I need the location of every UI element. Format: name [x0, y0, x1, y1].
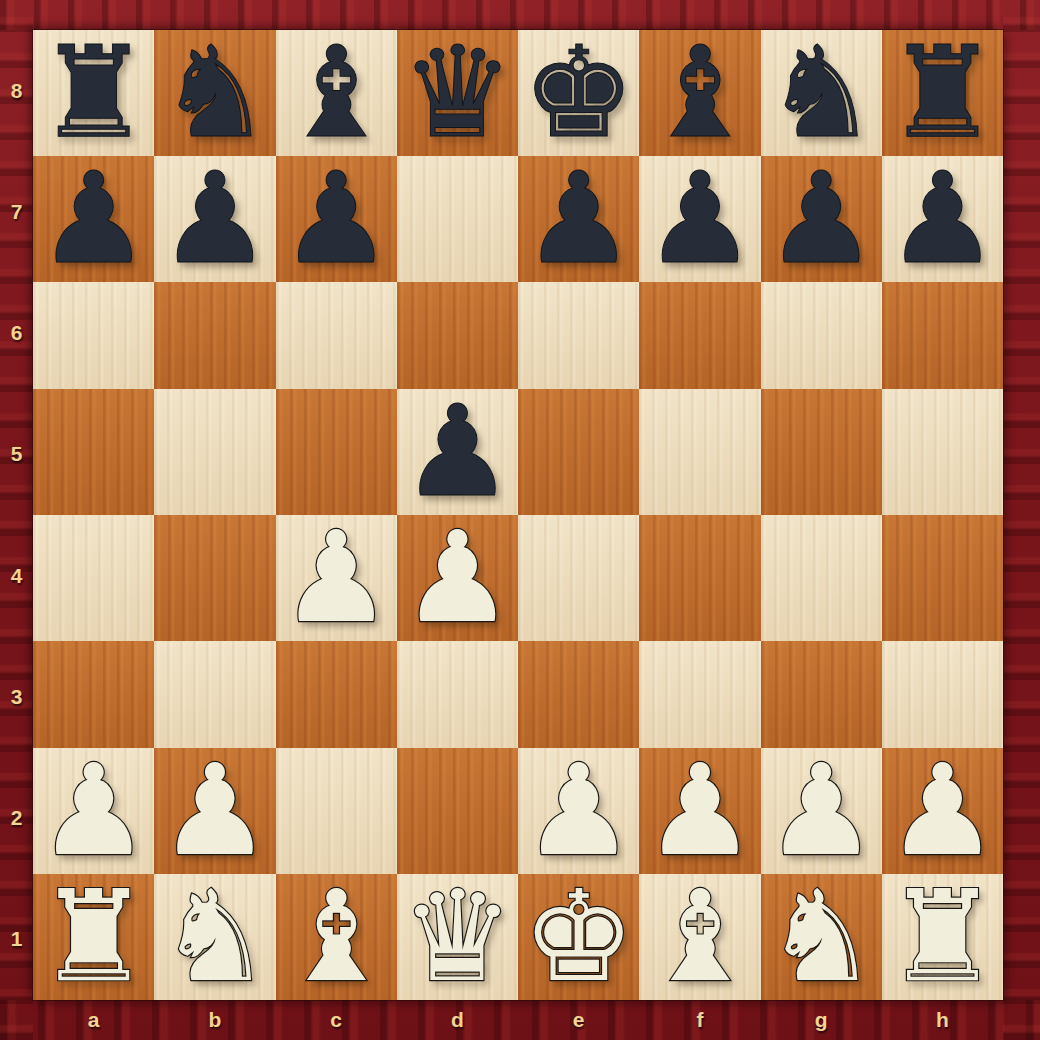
piece-black-pawn[interactable]: ♟ — [522, 156, 635, 282]
piece-white-knight[interactable]: ♞ — [765, 874, 878, 1000]
square-e7[interactable]: ♟ — [518, 156, 639, 282]
chess-board: ♜♞♝♛♚♝♞♜♟♟♟♟♟♟♟♟♟♟♟♟♟♟♟♟♜♞♝♛♚♝♞♜ — [33, 30, 1003, 1000]
square-e6[interactable] — [518, 282, 639, 389]
piece-black-bishop[interactable]: ♝ — [643, 30, 756, 156]
square-h1[interactable]: ♜ — [882, 874, 1003, 1000]
piece-white-pawn[interactable]: ♟ — [765, 748, 878, 874]
square-d1[interactable]: ♛ — [397, 874, 518, 1000]
square-g6[interactable] — [761, 282, 882, 389]
piece-white-bishop[interactable]: ♝ — [643, 874, 756, 1000]
rank-label-5: 5 — [0, 394, 33, 515]
square-e4[interactable] — [518, 515, 639, 641]
rank-label-2: 2 — [0, 758, 33, 879]
rank-label-6: 6 — [0, 273, 33, 394]
piece-white-pawn[interactable]: ♟ — [643, 748, 756, 874]
square-e5[interactable] — [518, 389, 639, 515]
square-g1[interactable]: ♞ — [761, 874, 882, 1000]
piece-white-king[interactable]: ♚ — [522, 874, 635, 1000]
square-f3[interactable] — [639, 641, 760, 748]
square-d8[interactable]: ♛ — [397, 30, 518, 156]
square-e2[interactable]: ♟ — [518, 748, 639, 874]
square-h6[interactable] — [882, 282, 1003, 389]
square-c1[interactable]: ♝ — [276, 874, 397, 1000]
square-d7[interactable] — [397, 156, 518, 282]
square-b4[interactable] — [154, 515, 275, 641]
rank-label-1: 1 — [0, 879, 33, 1000]
square-f1[interactable]: ♝ — [639, 874, 760, 1000]
square-h8[interactable]: ♜ — [882, 30, 1003, 156]
piece-black-pawn[interactable]: ♟ — [886, 156, 999, 282]
square-b8[interactable]: ♞ — [154, 30, 275, 156]
square-d3[interactable] — [397, 641, 518, 748]
square-a1[interactable]: ♜ — [33, 874, 154, 1000]
rank-label-7: 7 — [0, 151, 33, 272]
piece-white-knight[interactable]: ♞ — [158, 874, 271, 1000]
square-c3[interactable] — [276, 641, 397, 748]
square-b5[interactable] — [154, 389, 275, 515]
square-g7[interactable]: ♟ — [761, 156, 882, 282]
square-d5[interactable]: ♟ — [397, 389, 518, 515]
piece-white-queen[interactable]: ♛ — [401, 874, 514, 1000]
piece-black-bishop[interactable]: ♝ — [280, 30, 393, 156]
square-f5[interactable] — [639, 389, 760, 515]
piece-white-bishop[interactable]: ♝ — [280, 874, 393, 1000]
piece-white-pawn[interactable]: ♟ — [280, 515, 393, 641]
piece-black-king[interactable]: ♚ — [522, 30, 635, 156]
square-f4[interactable] — [639, 515, 760, 641]
piece-white-pawn[interactable]: ♟ — [401, 515, 514, 641]
square-g5[interactable] — [761, 389, 882, 515]
square-f7[interactable]: ♟ — [639, 156, 760, 282]
square-h4[interactable] — [882, 515, 1003, 641]
piece-black-pawn[interactable]: ♟ — [158, 156, 271, 282]
piece-black-rook[interactable]: ♜ — [886, 30, 999, 156]
piece-black-pawn[interactable]: ♟ — [37, 156, 150, 282]
square-g4[interactable] — [761, 515, 882, 641]
square-b1[interactable]: ♞ — [154, 874, 275, 1000]
square-h5[interactable] — [882, 389, 1003, 515]
square-a8[interactable]: ♜ — [33, 30, 154, 156]
piece-black-pawn[interactable]: ♟ — [643, 156, 756, 282]
piece-black-rook[interactable]: ♜ — [37, 30, 150, 156]
piece-black-knight[interactable]: ♞ — [765, 30, 878, 156]
piece-white-pawn[interactable]: ♟ — [886, 748, 999, 874]
square-f6[interactable] — [639, 282, 760, 389]
square-a5[interactable] — [33, 389, 154, 515]
square-h3[interactable] — [882, 641, 1003, 748]
piece-black-knight[interactable]: ♞ — [158, 30, 271, 156]
square-b2[interactable]: ♟ — [154, 748, 275, 874]
frame-edge-top — [0, 0, 1040, 30]
square-a4[interactable] — [33, 515, 154, 641]
square-f8[interactable]: ♝ — [639, 30, 760, 156]
square-g3[interactable] — [761, 641, 882, 748]
square-f2[interactable]: ♟ — [639, 748, 760, 874]
square-c2[interactable] — [276, 748, 397, 874]
square-c4[interactable]: ♟ — [276, 515, 397, 641]
square-a6[interactable] — [33, 282, 154, 389]
piece-white-pawn[interactable]: ♟ — [522, 748, 635, 874]
frame-edge-right — [1003, 0, 1040, 1040]
square-e1[interactable]: ♚ — [518, 874, 639, 1000]
rank-label-8: 8 — [0, 30, 33, 151]
square-a2[interactable]: ♟ — [33, 748, 154, 874]
square-g8[interactable]: ♞ — [761, 30, 882, 156]
square-a3[interactable] — [33, 641, 154, 748]
square-g2[interactable]: ♟ — [761, 748, 882, 874]
square-h7[interactable]: ♟ — [882, 156, 1003, 282]
rank-label-4: 4 — [0, 515, 33, 636]
square-b6[interactable] — [154, 282, 275, 389]
square-c8[interactable]: ♝ — [276, 30, 397, 156]
square-b7[interactable]: ♟ — [154, 156, 275, 282]
square-d2[interactable] — [397, 748, 518, 874]
piece-black-queen[interactable]: ♛ — [401, 30, 514, 156]
piece-white-pawn[interactable]: ♟ — [158, 748, 271, 874]
square-c7[interactable]: ♟ — [276, 156, 397, 282]
rank-labels: 87654321 — [0, 30, 33, 1000]
square-d4[interactable]: ♟ — [397, 515, 518, 641]
square-b3[interactable] — [154, 641, 275, 748]
square-h2[interactable]: ♟ — [882, 748, 1003, 874]
piece-black-pawn[interactable]: ♟ — [280, 156, 393, 282]
square-d6[interactable] — [397, 282, 518, 389]
piece-white-rook[interactable]: ♜ — [37, 874, 150, 1000]
piece-black-pawn[interactable]: ♟ — [401, 389, 514, 515]
chess-app: 87654321 abcdefgh ♜♞♝♛♚♝♞♜♟♟♟♟♟♟♟♟♟♟♟♟♟♟… — [0, 0, 1040, 1040]
square-c5[interactable] — [276, 389, 397, 515]
square-e8[interactable]: ♚ — [518, 30, 639, 156]
square-c6[interactable] — [276, 282, 397, 389]
rank-label-3: 3 — [0, 636, 33, 757]
square-a7[interactable]: ♟ — [33, 156, 154, 282]
piece-white-rook[interactable]: ♜ — [886, 874, 999, 1000]
piece-white-pawn[interactable]: ♟ — [37, 748, 150, 874]
square-e3[interactable] — [518, 641, 639, 748]
piece-black-pawn[interactable]: ♟ — [765, 156, 878, 282]
